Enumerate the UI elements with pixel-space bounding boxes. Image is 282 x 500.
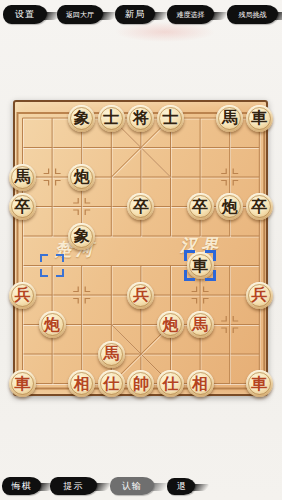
point-6-1[interactable] [185, 133, 215, 163]
piece-character: 車 [251, 110, 267, 126]
point-1-9[interactable] [37, 369, 67, 399]
point-2-7[interactable] [67, 310, 97, 340]
piece-black-general[interactable]: 将 [127, 105, 154, 132]
piece-character: 卒 [133, 199, 149, 215]
point-5-5[interactable] [156, 251, 186, 281]
lobby-button[interactable]: 返回大厅 [57, 5, 103, 24]
point-2-8[interactable] [67, 339, 97, 369]
point-1-4[interactable] [37, 221, 67, 251]
piece-character: 車 [15, 376, 31, 392]
point-8-0[interactable]: 車 [244, 103, 274, 133]
point-7-3[interactable]: 炮 [215, 192, 245, 222]
piece-black-cannon[interactable]: 炮 [216, 193, 243, 220]
piece-red-general[interactable]: 帥 [127, 370, 154, 397]
piece-red-elephant[interactable]: 相 [68, 370, 95, 397]
point-0-7[interactable] [8, 310, 38, 340]
piece-character: 象 [74, 228, 90, 244]
point-0-3[interactable]: 卒 [8, 192, 38, 222]
point-6-0[interactable] [185, 103, 215, 133]
piece-character: 仕 [103, 376, 119, 392]
piece-character: 兵 [133, 287, 149, 303]
piece-character: 馬 [103, 346, 119, 362]
piece-character: 炮 [74, 169, 90, 185]
piece-black-cannon[interactable]: 炮 [68, 164, 95, 191]
resign-button[interactable]: 认输 [110, 477, 154, 495]
piece-black-horse[interactable]: 馬 [9, 164, 36, 191]
piece-character: 炮 [162, 317, 178, 333]
point-7-7[interactable] [215, 310, 245, 340]
point-3-9[interactable]: 仕 [96, 369, 126, 399]
point-1-3[interactable] [37, 192, 67, 222]
piece-red-soldier[interactable]: 兵 [246, 282, 273, 309]
point-3-7[interactable] [96, 310, 126, 340]
xiangqi-board: 楚河 汉界 象士将士馬車馬炮卒卒卒炮卒象車兵兵兵炮炮馬馬車相仕帥仕相車 [13, 100, 268, 396]
point-0-2[interactable]: 馬 [8, 162, 38, 192]
point-1-8[interactable] [37, 339, 67, 369]
point-4-7[interactable] [126, 310, 156, 340]
piece-red-horse[interactable]: 馬 [98, 341, 125, 368]
piece-character: 車 [251, 376, 267, 392]
point-4-6[interactable]: 兵 [126, 280, 156, 310]
point-1-5[interactable] [37, 251, 67, 281]
point-3-0[interactable]: 士 [96, 103, 126, 133]
point-7-8[interactable] [215, 339, 245, 369]
piece-character: 士 [162, 110, 178, 126]
point-0-5[interactable] [8, 251, 38, 281]
piece-black-advisor[interactable]: 士 [157, 105, 184, 132]
piece-character: 卒 [251, 199, 267, 215]
point-6-7[interactable]: 馬 [185, 310, 215, 340]
point-5-0[interactable]: 士 [156, 103, 186, 133]
point-0-0[interactable] [8, 103, 38, 133]
piece-black-elephant[interactable]: 象 [68, 223, 95, 250]
point-7-5[interactable] [215, 251, 245, 281]
endgame-challenge-button[interactable]: 残局挑战 [227, 5, 278, 24]
new-game-button[interactable]: 新局 [115, 5, 155, 24]
piece-character: 馬 [222, 110, 238, 126]
piece-black-soldier[interactable]: 卒 [127, 193, 154, 220]
point-7-9[interactable] [215, 369, 245, 399]
piece-red-advisor[interactable]: 仕 [98, 370, 125, 397]
point-8-1[interactable] [244, 133, 274, 163]
piece-red-cannon[interactable]: 炮 [39, 311, 66, 338]
point-3-3[interactable] [96, 192, 126, 222]
point-8-8[interactable] [244, 339, 274, 369]
piece-character: 馬 [192, 317, 208, 333]
point-6-6[interactable] [185, 280, 215, 310]
piece-grid: 象士将士馬車馬炮卒卒卒炮卒象車兵兵兵炮炮馬馬車相仕帥仕相車 [8, 103, 274, 398]
point-4-0[interactable]: 将 [126, 103, 156, 133]
point-1-1[interactable] [37, 133, 67, 163]
point-2-6[interactable] [67, 280, 97, 310]
point-5-3[interactable] [156, 192, 186, 222]
piece-character: 車 [192, 258, 208, 274]
point-6-2[interactable] [185, 162, 215, 192]
piece-character: 相 [192, 376, 208, 392]
point-6-3[interactable]: 卒 [185, 192, 215, 222]
point-2-3[interactable] [67, 192, 97, 222]
piece-red-advisor[interactable]: 仕 [157, 370, 184, 397]
point-6-4[interactable] [185, 221, 215, 251]
point-6-8[interactable] [185, 339, 215, 369]
point-3-4[interactable] [96, 221, 126, 251]
point-2-1[interactable] [67, 133, 97, 163]
piece-black-chariot[interactable]: 車 [187, 252, 214, 279]
piece-red-chariot[interactable]: 車 [9, 370, 36, 397]
piece-black-horse[interactable]: 馬 [216, 105, 243, 132]
point-1-2[interactable] [37, 162, 67, 192]
point-0-8[interactable] [8, 339, 38, 369]
point-7-6[interactable] [215, 280, 245, 310]
piece-red-soldier[interactable]: 兵 [9, 282, 36, 309]
point-3-2[interactable] [96, 162, 126, 192]
point-5-9[interactable]: 仕 [156, 369, 186, 399]
piece-character: 将 [133, 110, 149, 126]
point-0-4[interactable] [8, 221, 38, 251]
point-8-4[interactable] [244, 221, 274, 251]
point-3-6[interactable] [96, 280, 126, 310]
point-2-2[interactable]: 炮 [67, 162, 97, 192]
settings-button[interactable]: 设置 [3, 5, 47, 24]
point-1-7[interactable]: 炮 [37, 310, 67, 340]
point-1-6[interactable] [37, 280, 67, 310]
piece-character: 帥 [133, 376, 149, 392]
point-4-3[interactable]: 卒 [126, 192, 156, 222]
move-from-marker [40, 254, 64, 278]
piece-black-soldier[interactable]: 卒 [246, 193, 273, 220]
point-4-8[interactable] [126, 339, 156, 369]
point-0-1[interactable] [8, 133, 38, 163]
point-8-3[interactable]: 卒 [244, 192, 274, 222]
point-4-2[interactable] [126, 162, 156, 192]
piece-black-soldier[interactable]: 卒 [187, 193, 214, 220]
point-5-8[interactable] [156, 339, 186, 369]
point-3-1[interactable] [96, 133, 126, 163]
piece-character: 炮 [222, 199, 238, 215]
app-root: 设置 返回大厅 新局 难度选择 残局挑战 楚河 汉界 象士将士馬車馬炮卒卒卒炮卒… [0, 0, 282, 500]
piece-black-soldier[interactable]: 卒 [9, 193, 36, 220]
piece-red-chariot[interactable]: 車 [246, 370, 273, 397]
point-5-2[interactable] [156, 162, 186, 192]
piece-character: 卒 [15, 199, 31, 215]
point-5-1[interactable] [156, 133, 186, 163]
point-6-5[interactable]: 車 [185, 251, 215, 281]
piece-character: 兵 [15, 287, 31, 303]
point-7-4[interactable] [215, 221, 245, 251]
point-4-5[interactable] [126, 251, 156, 281]
point-4-9[interactable]: 帥 [126, 369, 156, 399]
piece-black-advisor[interactable]: 士 [98, 105, 125, 132]
point-2-9[interactable]: 相 [67, 369, 97, 399]
point-5-7[interactable]: 炮 [156, 310, 186, 340]
piece-red-horse[interactable]: 馬 [187, 311, 214, 338]
point-2-5[interactable] [67, 251, 97, 281]
point-8-7[interactable] [244, 310, 274, 340]
point-6-9[interactable]: 相 [185, 369, 215, 399]
piece-character: 象 [74, 110, 90, 126]
point-8-2[interactable] [244, 162, 274, 192]
piece-red-elephant[interactable]: 相 [187, 370, 214, 397]
piece-character: 炮 [44, 317, 60, 333]
point-8-9[interactable]: 車 [244, 369, 274, 399]
piece-character: 馬 [15, 169, 31, 185]
point-4-1[interactable] [126, 133, 156, 163]
piece-character: 仕 [162, 376, 178, 392]
point-1-0[interactable] [37, 103, 67, 133]
point-2-0[interactable]: 象 [67, 103, 97, 133]
point-3-5[interactable] [96, 251, 126, 281]
piece-character: 兵 [251, 287, 267, 303]
piece-character: 卒 [192, 199, 208, 215]
point-0-6[interactable]: 兵 [8, 280, 38, 310]
point-7-2[interactable] [215, 162, 245, 192]
point-7-1[interactable] [215, 133, 245, 163]
difficulty-button[interactable]: 难度选择 [167, 5, 214, 24]
piece-character: 相 [74, 376, 90, 392]
undo-button[interactable]: 悔棋 [2, 477, 41, 495]
piece-black-chariot[interactable]: 車 [246, 105, 273, 132]
point-8-6[interactable]: 兵 [244, 280, 274, 310]
point-5-6[interactable] [156, 280, 186, 310]
point-0-9[interactable]: 車 [8, 369, 38, 399]
piece-character: 士 [103, 110, 119, 126]
piece-red-cannon[interactable]: 炮 [157, 311, 184, 338]
point-8-5[interactable] [244, 251, 274, 281]
point-2-4[interactable]: 象 [67, 221, 97, 251]
piece-red-soldier[interactable]: 兵 [127, 282, 154, 309]
hint-button[interactable]: 提示 [50, 477, 97, 495]
exit-button[interactable]: 退 [167, 478, 195, 495]
point-5-4[interactable] [156, 221, 186, 251]
point-3-8[interactable]: 馬 [96, 339, 126, 369]
ink-smudge [115, 22, 215, 42]
point-7-0[interactable]: 馬 [215, 103, 245, 133]
piece-black-elephant[interactable]: 象 [68, 105, 95, 132]
point-4-4[interactable] [126, 221, 156, 251]
